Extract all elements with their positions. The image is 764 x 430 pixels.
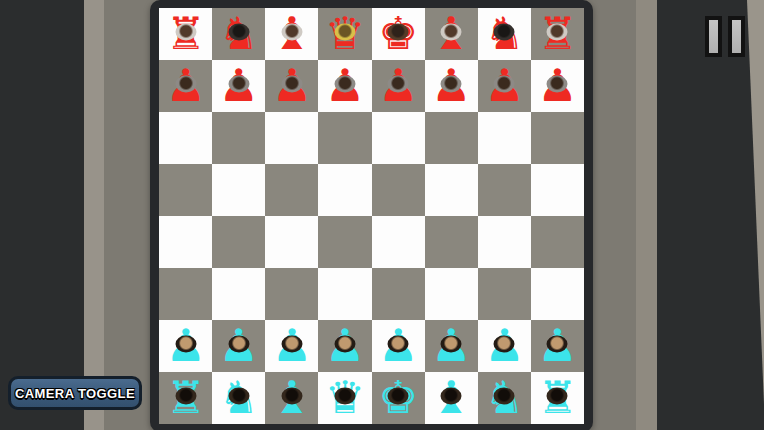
square-g5[interactable]	[478, 164, 531, 216]
piece-cyan-pawn: ♟	[431, 323, 471, 368]
piece-cyan-bishop: ♝	[272, 375, 312, 420]
piece-red-pawn: ♟	[537, 63, 577, 108]
camera-toggle-label: CAMERA TOGGLE	[15, 386, 135, 401]
piece-cyan-knight: ♞	[219, 375, 259, 420]
pause-icon	[728, 16, 745, 57]
square-g7[interactable]: ♟	[478, 60, 531, 112]
square-e1[interactable]: ♚	[372, 372, 425, 424]
square-g3[interactable]	[478, 268, 531, 320]
square-h3[interactable]	[531, 268, 584, 320]
square-g2[interactable]: ♟	[478, 320, 531, 372]
pause-icon	[705, 16, 722, 57]
square-c2[interactable]: ♟	[265, 320, 318, 372]
piece-red-rook: ♜	[537, 11, 577, 56]
square-e2[interactable]: ♟	[372, 320, 425, 372]
piece-red-rook: ♜	[165, 11, 205, 56]
piece-cyan-bishop: ♝	[431, 375, 471, 420]
square-a1[interactable]: ♜	[159, 372, 212, 424]
square-c7[interactable]: ♟	[265, 60, 318, 112]
square-d5[interactable]	[318, 164, 371, 216]
square-c1[interactable]: ♝	[265, 372, 318, 424]
square-e4[interactable]	[372, 216, 425, 268]
square-f7[interactable]: ♟	[425, 60, 478, 112]
camera-toggle-button[interactable]: CAMERA TOGGLE	[8, 376, 142, 410]
square-f3[interactable]	[425, 268, 478, 320]
square-d6[interactable]	[318, 112, 371, 164]
square-b4[interactable]	[212, 216, 265, 268]
piece-cyan-pawn: ♟	[165, 323, 205, 368]
square-b6[interactable]	[212, 112, 265, 164]
square-h1[interactable]: ♜	[531, 372, 584, 424]
square-c4[interactable]	[265, 216, 318, 268]
square-d8[interactable]: ♛	[318, 8, 371, 60]
square-h7[interactable]: ♟	[531, 60, 584, 112]
square-h6[interactable]	[531, 112, 584, 164]
piece-cyan-knight: ♞	[484, 375, 524, 420]
square-d4[interactable]	[318, 216, 371, 268]
square-e7[interactable]: ♟	[372, 60, 425, 112]
board-grid: ♜♞♝♛♚♝♞♜♟♟♟♟♟♟♟♟♟♟♟♟♟♟♟♟♜♞♝♛♚♝♞♜	[159, 8, 584, 424]
square-g8[interactable]: ♞	[478, 8, 531, 60]
piece-red-bishop: ♝	[272, 11, 312, 56]
square-b5[interactable]	[212, 164, 265, 216]
piece-red-pawn: ♟	[325, 63, 365, 108]
square-f6[interactable]	[425, 112, 478, 164]
square-b3[interactable]	[212, 268, 265, 320]
square-e3[interactable]	[372, 268, 425, 320]
square-f1[interactable]: ♝	[425, 372, 478, 424]
piece-red-knight: ♞	[484, 11, 524, 56]
square-a3[interactable]	[159, 268, 212, 320]
square-f4[interactable]	[425, 216, 478, 268]
chess-board: ♜♞♝♛♚♝♞♜♟♟♟♟♟♟♟♟♟♟♟♟♟♟♟♟♜♞♝♛♚♝♞♜	[150, 0, 593, 430]
piece-red-bishop: ♝	[431, 11, 471, 56]
square-h8[interactable]: ♜	[531, 8, 584, 60]
piece-red-pawn: ♟	[484, 63, 524, 108]
piece-cyan-rook: ♜	[165, 375, 205, 420]
square-g4[interactable]	[478, 216, 531, 268]
square-b1[interactable]: ♞	[212, 372, 265, 424]
square-g1[interactable]: ♞	[478, 372, 531, 424]
piece-red-knight: ♞	[219, 11, 259, 56]
piece-cyan-pawn: ♟	[484, 323, 524, 368]
piece-cyan-king: ♚	[378, 375, 418, 420]
square-d3[interactable]	[318, 268, 371, 320]
square-h5[interactable]	[531, 164, 584, 216]
piece-red-pawn: ♟	[272, 63, 312, 108]
piece-red-pawn: ♟	[165, 63, 205, 108]
background-wall-right-dark	[657, 0, 764, 430]
piece-cyan-pawn: ♟	[378, 323, 418, 368]
square-e6[interactable]	[372, 112, 425, 164]
square-a4[interactable]	[159, 216, 212, 268]
square-a2[interactable]: ♟	[159, 320, 212, 372]
square-h2[interactable]: ♟	[531, 320, 584, 372]
piece-cyan-pawn: ♟	[219, 323, 259, 368]
pause-button[interactable]	[705, 16, 745, 57]
square-e5[interactable]	[372, 164, 425, 216]
square-b8[interactable]: ♞	[212, 8, 265, 60]
piece-red-pawn: ♟	[378, 63, 418, 108]
square-c3[interactable]	[265, 268, 318, 320]
piece-red-pawn: ♟	[219, 63, 259, 108]
background-wall-left-strip	[84, 0, 104, 430]
background-wall-left-dark	[0, 0, 84, 430]
square-d1[interactable]: ♛	[318, 372, 371, 424]
square-c5[interactable]	[265, 164, 318, 216]
piece-cyan-rook: ♜	[537, 375, 577, 420]
square-a8[interactable]: ♜	[159, 8, 212, 60]
piece-cyan-queen: ♛	[325, 375, 365, 420]
square-f5[interactable]	[425, 164, 478, 216]
background-wall-right-strip	[636, 0, 657, 430]
piece-red-pawn: ♟	[431, 63, 471, 108]
square-c6[interactable]	[265, 112, 318, 164]
square-f2[interactable]: ♟	[425, 320, 478, 372]
piece-red-king: ♚	[378, 11, 418, 56]
piece-cyan-pawn: ♟	[272, 323, 312, 368]
square-g6[interactable]	[478, 112, 531, 164]
piece-cyan-pawn: ♟	[325, 323, 365, 368]
square-d7[interactable]: ♟	[318, 60, 371, 112]
square-e8[interactable]: ♚	[372, 8, 425, 60]
piece-cyan-pawn: ♟	[537, 323, 577, 368]
square-a5[interactable]	[159, 164, 212, 216]
square-a7[interactable]: ♟	[159, 60, 212, 112]
piece-red-queen: ♛	[325, 11, 365, 56]
square-f8[interactable]: ♝	[425, 8, 478, 60]
square-c8[interactable]: ♝	[265, 8, 318, 60]
square-b7[interactable]: ♟	[212, 60, 265, 112]
square-b2[interactable]: ♟	[212, 320, 265, 372]
square-a6[interactable]	[159, 112, 212, 164]
square-d2[interactable]: ♟	[318, 320, 371, 372]
square-h4[interactable]	[531, 216, 584, 268]
